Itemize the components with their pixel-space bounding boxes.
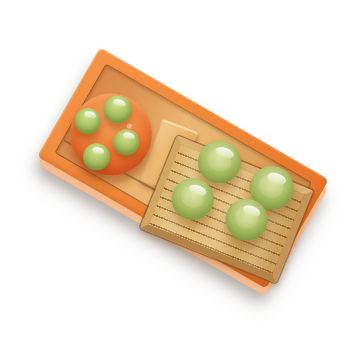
gloss-highlight-icon — [122, 131, 135, 141]
tray-wood-surface — [54, 63, 312, 271]
gloss-highlight-icon — [112, 98, 126, 109]
serving-tray — [37, 47, 329, 288]
gloss-highlight-icon — [83, 110, 96, 120]
tray-border — [37, 47, 329, 288]
illustration-canvas — [0, 0, 360, 360]
gloss-highlight-icon — [92, 145, 106, 155]
